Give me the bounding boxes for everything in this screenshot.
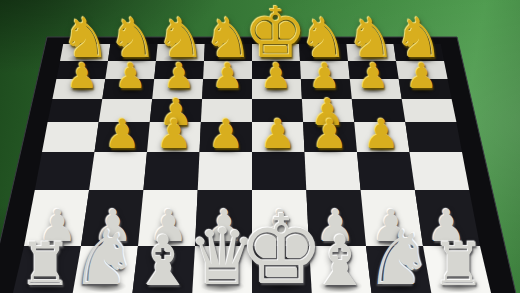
square-h3[interactable] — [410, 152, 470, 190]
piece-black-pawn-a7[interactable]: ♟ — [61, 59, 103, 94]
square-a4[interactable] — [42, 122, 99, 152]
piece-black-pawn-e7[interactable]: ♟ — [255, 59, 297, 94]
piece-black-pawn-g7[interactable]: ♟ — [352, 59, 394, 94]
piece-black-pawn-g4[interactable]: ♟ — [357, 114, 406, 155]
square-h5[interactable] — [402, 99, 457, 122]
square-h4[interactable] — [405, 122, 462, 152]
square-a3[interactable] — [35, 152, 95, 190]
piece-black-pawn-f4[interactable]: ♟ — [305, 114, 354, 155]
piece-white-rook-h1[interactable]: ♜ — [423, 235, 495, 293]
table-felt: ♞♞♞♞♚♞♞♞♟♟♟♟♟♟♟♟♟♟♟♟♟♟♟♟♟♟♟♟♟♟♟♟♜♞♝♛♚♝♞♜ — [0, 0, 520, 293]
piece-black-pawn-c7[interactable]: ♟ — [158, 59, 200, 94]
piece-black-pawn-f7[interactable]: ♟ — [304, 59, 346, 94]
square-a5[interactable] — [48, 99, 103, 122]
piece-black-pawn-c4[interactable]: ♟ — [150, 114, 199, 155]
piece-black-pawn-b7[interactable]: ♟ — [110, 59, 152, 94]
piece-black-pawn-d7[interactable]: ♟ — [207, 59, 249, 94]
piece-black-pawn-e4[interactable]: ♟ — [254, 114, 303, 155]
piece-black-pawn-b4[interactable]: ♟ — [98, 114, 147, 155]
piece-black-pawn-h7[interactable]: ♟ — [401, 59, 443, 94]
piece-black-pawn-d4[interactable]: ♟ — [202, 114, 251, 155]
